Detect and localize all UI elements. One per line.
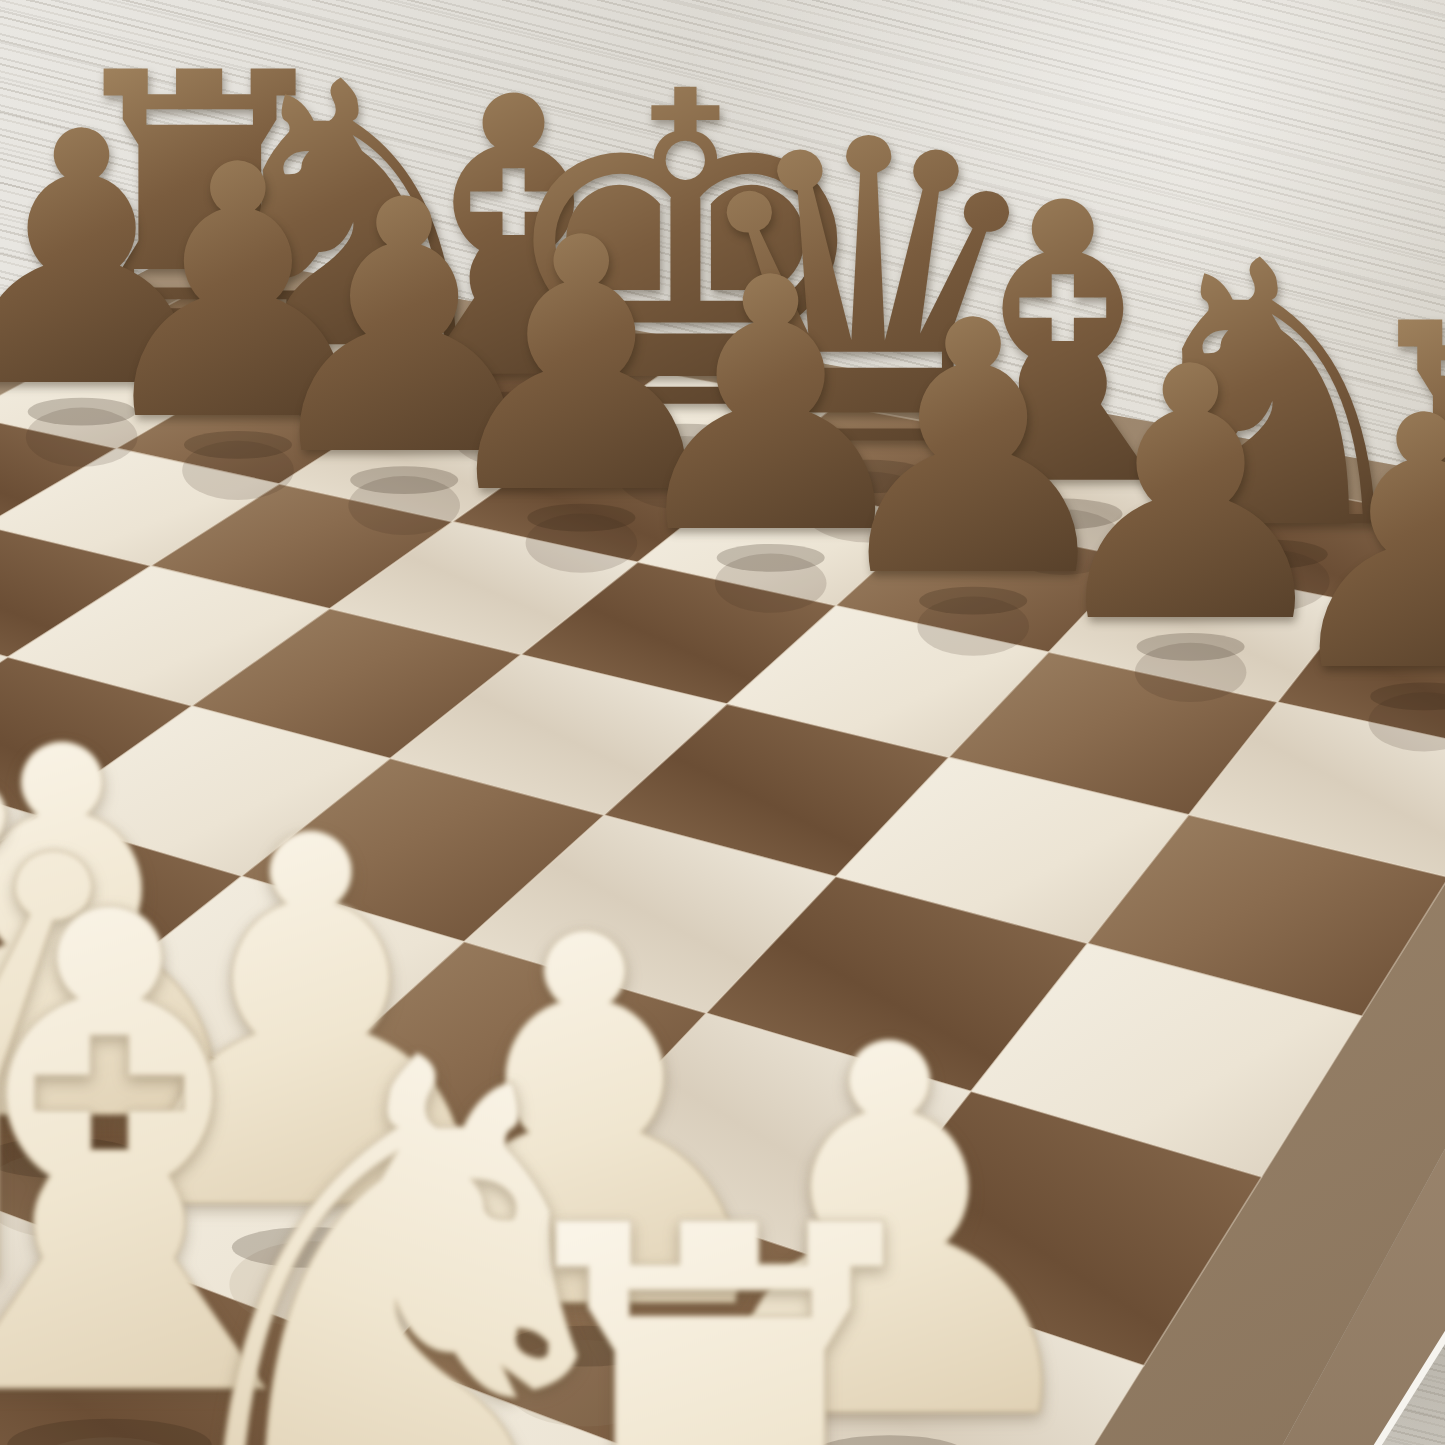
piece-contact-shadow: [1003, 499, 1122, 530]
piece-contact-shadow: [147, 332, 253, 359]
chess-board: [0, 0, 1445, 1445]
piece-contact-shadow: [506, 1326, 664, 1367]
piece-contact-shadow: [454, 392, 573, 423]
piece-contact-shadow: [232, 1227, 390, 1268]
chess-set-photo: ♜♞♝♟♚♟♛♟♝♟♞♟♜♟♟♟♟♟♜♟♞♟♝♟♚♟♛♟♝♟♞♜: [0, 0, 1445, 1445]
piece-contact-shadow: [1137, 633, 1245, 661]
piece-contact-shadow: [184, 431, 292, 459]
piece-contact-shadow: [28, 398, 136, 426]
piece-contact-shadow: [350, 466, 458, 494]
piece-contact-shadow: [717, 544, 825, 572]
piece-contact-shadow: [527, 504, 635, 532]
piece-contact-shadow: [919, 587, 1027, 615]
piece-contact-shadow: [803, 460, 933, 493]
piece-contact-shadow: [618, 424, 753, 459]
piece-contact-shadow: [295, 361, 408, 390]
piece-contact-shadow: [1215, 540, 1328, 569]
